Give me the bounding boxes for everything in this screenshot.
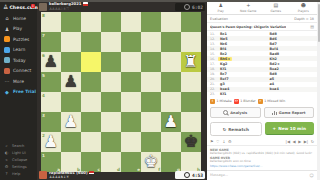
- badge-icon: ✕: [258, 99, 263, 104]
- sidebar-item-connect[interactable]: Connect: [0, 66, 37, 77]
- sidebar-item-label: Play: [13, 26, 22, 31]
- next-move-icon[interactable]: ▶: [298, 140, 301, 144]
- magnifier-icon: [223, 110, 228, 115]
- rematch-button[interactable]: ↻Rematch: [210, 122, 262, 136]
- square-h2[interactable]: ♚: [181, 132, 201, 152]
- rank-label-5: 5: [42, 73, 45, 78]
- move-black[interactable]: Rxa2: [268, 67, 318, 71]
- move-number: 13.: [207, 42, 218, 46]
- play-tab-icon: ♟: [219, 3, 223, 8]
- more-icon: ⋯: [4, 78, 10, 84]
- move-white[interactable]: Bf4: [218, 47, 268, 51]
- today-icon: [4, 57, 10, 63]
- gear-icon: ⚙: [4, 164, 9, 169]
- rank-label-1: 1: [42, 153, 45, 158]
- bottom-player-flag-icon: [89, 171, 94, 174]
- square-a3[interactable]: 3: [41, 112, 61, 132]
- square-a5[interactable]: 5: [41, 72, 61, 92]
- move-number: 21.: [207, 82, 218, 86]
- square-d8[interactable]: [101, 12, 121, 32]
- tab-new-game[interactable]: +New Game: [235, 2, 263, 14]
- nav-icons: |◀◀▶▶|↻: [286, 140, 314, 144]
- square-g7[interactable]: [161, 32, 181, 52]
- logo-pawn-icon: ♙: [3, 4, 8, 10]
- move-white[interactable]: Rc1: [218, 32, 268, 36]
- button-label: Rematch: [228, 127, 249, 132]
- square-e3[interactable]: [121, 112, 141, 132]
- chess-com-logo[interactable]: ♙ Chess.com 1: [0, 2, 37, 13]
- square-b5[interactable]: ♟: [61, 72, 81, 92]
- move-number: 12.: [207, 37, 218, 41]
- square-f5[interactable]: [141, 72, 161, 92]
- book-icon: ▤: [310, 24, 314, 29]
- chess-board[interactable]: 876♟♜5♟43♟♟2♟♚1abcdef♚gh: [41, 12, 201, 172]
- sidebar-bottom-label: Help: [12, 172, 20, 176]
- new-10-min-button[interactable]: +New 10 min: [265, 122, 315, 135]
- flag-icon[interactable]: ⚑: [210, 140, 214, 144]
- sidebar-bottom-search[interactable]: ⌕Search: [0, 142, 37, 149]
- opening-name[interactable]: Queen's Pawn Opening: Chigorin Variation: [210, 25, 286, 29]
- analysis-panel: ♟Play+New Game▤Games☻Players Evaluation …: [207, 2, 317, 180]
- sidebar-item-learn[interactable]: Learn: [0, 45, 37, 56]
- move-black[interactable]: Bd6: [268, 37, 318, 41]
- sidebar-item-puzzles[interactable]: Puzzles: [0, 34, 37, 45]
- move-white[interactable]: Rxf7: [218, 77, 268, 81]
- square-c7[interactable]: [81, 32, 101, 52]
- sidebar-bottom-help[interactable]: ?Help: [0, 170, 37, 177]
- panel-tabs: ♟Play+New Game▤Games☻Players: [207, 2, 317, 15]
- square-c5[interactable]: [81, 72, 101, 92]
- tab-label: Players: [298, 9, 309, 13]
- move-white[interactable]: Ne5: [218, 37, 268, 41]
- home-icon: ⌂: [4, 15, 10, 21]
- move-white[interactable]: Kf1: [218, 92, 268, 96]
- sidebar-item-label: Puzzles: [13, 37, 29, 42]
- move-row: 12.Ne5Bd6: [207, 36, 317, 41]
- move-white[interactable]: Rc7: [218, 72, 268, 76]
- move-white[interactable]: Rh6+: [218, 57, 232, 61]
- square-c1[interactable]: c: [81, 152, 101, 172]
- square-a2[interactable]: 2♟: [41, 132, 61, 152]
- help-icon: ?: [4, 171, 9, 176]
- sidebar: ♙ Chess.com 1 ⌂Home♟PlayPuzzlesLearnToda…: [0, 2, 37, 180]
- move-number: 15.: [207, 52, 218, 56]
- sidebar-bottom-label: Collapse: [12, 158, 27, 162]
- move-number: 17.: [207, 62, 218, 66]
- heart-icon[interactable]: ♡: [216, 140, 220, 144]
- sidebar-bottom-light-ui[interactable]: ◐Light UI: [0, 149, 37, 156]
- plus-icon: +: [273, 126, 277, 131]
- square-b8[interactable]: [61, 12, 81, 32]
- sidebar-item-more[interactable]: ⋯More: [0, 76, 37, 87]
- move-number: 18.: [207, 67, 218, 71]
- square-c3[interactable]: [81, 112, 101, 132]
- square-h8[interactable]: [181, 12, 201, 32]
- square-d7[interactable]: [101, 32, 121, 52]
- analysis-button[interactable]: Analysis: [210, 107, 261, 118]
- move-row: 19.Rc7Rd8: [207, 72, 317, 77]
- square-e2[interactable]: [121, 132, 141, 152]
- move-row: 11.Rc1Rd8: [207, 31, 317, 36]
- square-g4[interactable]: [161, 92, 181, 112]
- sidebar-item-home[interactable]: ⌂Home: [0, 13, 37, 24]
- game-report-button[interactable]: Game Report: [264, 107, 315, 118]
- square-d3[interactable]: [101, 112, 121, 132]
- square-a8[interactable]: 8: [41, 12, 61, 32]
- rematch-icon: ↻: [223, 127, 227, 132]
- sidebar-item-play[interactable]: ♟Play: [0, 24, 37, 35]
- top-player-name[interactable]: kellerberg2021: [49, 2, 82, 6]
- move-number: 19.: [207, 72, 218, 76]
- move-number: 20.: [207, 77, 218, 81]
- sidebar-item-free-trial[interactable]: ◆Free Trial: [0, 87, 37, 98]
- move-black[interactable]: a4: [268, 82, 318, 86]
- square-e8[interactable]: [121, 12, 141, 32]
- rank-label-2: 2: [42, 133, 45, 138]
- square-e6[interactable]: [121, 52, 141, 72]
- sidebar-bottom-label: Search: [12, 144, 24, 148]
- move-white[interactable]: Kg2: [218, 62, 268, 66]
- badge-1-mistake[interactable]: !1 Mistake: [210, 99, 232, 104]
- sidebar-bottom-collapse[interactable]: «Collapse: [0, 156, 37, 163]
- square-f4[interactable]: [141, 92, 161, 112]
- move-black[interactable]: Bxf4: [268, 47, 318, 51]
- light-ui-icon: ◐: [4, 150, 9, 155]
- evaluation-row: Evaluation Depth = 18: [207, 15, 317, 23]
- move-white[interactable]: Rc2: [218, 52, 268, 56]
- badge-label: 1 Missed Win: [264, 99, 285, 103]
- clock-icon: [184, 172, 190, 178]
- log-body: kellerberg2021 (602) vs. rapidfan601 (60…: [210, 152, 314, 155]
- action-buttons: AnalysisGame Report: [207, 105, 317, 120]
- move-number: 16.: [207, 57, 218, 61]
- notification-badge[interactable]: 1: [31, 4, 35, 8]
- move-row: 15.Rc2Rad8: [207, 51, 317, 56]
- tab-play[interactable]: ♟Play: [207, 2, 235, 14]
- badge-1-blunder[interactable]: ??1 Blunder: [234, 99, 256, 104]
- move-black[interactable]: a5: [268, 77, 318, 81]
- square-f3[interactable]: [141, 112, 161, 132]
- square-e7[interactable]: [121, 32, 141, 52]
- learn-icon: [4, 47, 10, 53]
- top-captured-pieces: ♙♙♙♙♘♗♖: [49, 7, 88, 11]
- top-player-clock: 6:02: [175, 3, 205, 11]
- smiley-icon[interactable]: ☺: [309, 173, 314, 178]
- square-d5[interactable]: [101, 72, 121, 92]
- new-game-tab-icon: +: [246, 3, 250, 8]
- square-f8[interactable]: [141, 12, 161, 32]
- trial-icon: ◆: [4, 89, 10, 95]
- square-f1[interactable]: f♚: [141, 152, 161, 172]
- square-e4[interactable]: [121, 92, 141, 112]
- evaluation-label[interactable]: Evaluation: [210, 17, 228, 21]
- report-bars-icon: [272, 111, 277, 115]
- search-icon: ⌕: [4, 143, 9, 148]
- tab-games[interactable]: ▤Games: [262, 2, 290, 14]
- button-label: Analysis: [230, 111, 247, 115]
- players-tab-icon: ☻: [301, 3, 306, 8]
- log-link[interactable]: https://www.chess.com/game/live/…: [210, 164, 314, 168]
- badge-icon: !: [210, 99, 215, 104]
- prev-move-icon[interactable]: ◀: [293, 140, 296, 144]
- move-white[interactable]: g3: [218, 82, 268, 86]
- square-h6[interactable]: ♜: [181, 52, 201, 72]
- white-rook-piece: ♜: [181, 52, 201, 72]
- square-g8[interactable]: [161, 12, 181, 32]
- move-white[interactable]: Kf1: [218, 67, 268, 71]
- move-white[interactable]: Nc6: [218, 42, 268, 46]
- square-c2[interactable]: [81, 132, 101, 152]
- rank-label-4: 4: [42, 93, 45, 98]
- last-move-icon[interactable]: ▶|: [304, 140, 308, 144]
- puzzle-icon: [4, 36, 10, 42]
- avatar[interactable]: [39, 171, 47, 179]
- big-buttons: ↻Rematch+New 10 min: [207, 120, 317, 138]
- move-black[interactable]: Kh2: [268, 57, 318, 61]
- bottom-player-name[interactable]: rapidfan601 (600): [49, 171, 88, 175]
- square-a6[interactable]: 6♟: [41, 52, 61, 72]
- tab-label: New Game: [240, 9, 256, 13]
- square-b2[interactable]: [61, 132, 81, 152]
- move-black[interactable]: Rd7: [268, 42, 318, 46]
- white-pawn-piece: ♟: [161, 112, 181, 132]
- square-d6[interactable]: [101, 52, 121, 72]
- move-number: 14.: [207, 47, 218, 51]
- sidebar-nav: ⌂Home♟PlayPuzzlesLearnTodayConnect⋯More◆…: [0, 13, 37, 97]
- bottom-player-clock: 4:53: [175, 171, 205, 179]
- square-d4[interactable]: [101, 92, 121, 112]
- square-a1[interactable]: 1a: [41, 152, 61, 172]
- rank-label-3: 3: [42, 113, 45, 118]
- depth-label[interactable]: Depth = 18: [294, 17, 314, 21]
- black-king-piece: ♚: [181, 132, 201, 152]
- square-h1[interactable]: h: [181, 152, 201, 172]
- sidebar-bottom-label: Settings: [12, 165, 27, 169]
- move-black[interactable]: Rad8: [268, 52, 318, 56]
- square-h3[interactable]: [181, 112, 201, 132]
- square-h4[interactable]: [181, 92, 201, 112]
- black-pawn-piece: ♟: [61, 72, 81, 92]
- scrollbar-thumb[interactable]: [318, 4, 320, 42]
- sidebar-item-label: Home: [13, 16, 26, 21]
- bottom-captured-pieces: ♟♟♟♟♞♝♜: [49, 175, 94, 179]
- download-icon[interactable]: ↓: [222, 140, 225, 144]
- sidebar-item-label: More: [13, 79, 24, 84]
- badge-label: 1 Blunder: [240, 99, 255, 103]
- square-b1[interactable]: b: [61, 152, 81, 172]
- move-number: 23.: [207, 92, 218, 96]
- message-input[interactable]: Message…: [210, 173, 228, 177]
- square-g6[interactable]: [161, 52, 181, 72]
- move-black[interactable]: bxa4: [268, 87, 318, 91]
- white-pawn-piece: ♟: [61, 112, 81, 132]
- top-player-bar: kellerberg2021 ♙♙♙♙♘♗♖ 6:02: [37, 2, 207, 12]
- sidebar-item-label: Today: [13, 58, 26, 63]
- square-b6[interactable]: [61, 52, 81, 72]
- opening-row: Queen's Pawn Opening: Chigorin Variation…: [207, 23, 317, 31]
- sidebar-item-today[interactable]: Today: [0, 55, 37, 66]
- connect-icon: [4, 68, 10, 74]
- games-tab-icon: ▤: [273, 3, 278, 8]
- move-row: 18.Kf1Rxa2: [207, 67, 317, 72]
- tab-players[interactable]: ☻Players: [290, 2, 318, 14]
- square-d1[interactable]: d: [101, 152, 121, 172]
- tab-label: Play: [218, 9, 224, 13]
- button-label: Game Report: [279, 111, 306, 115]
- pawn-icon: ♟: [4, 26, 10, 32]
- rank-label-7: 7: [42, 33, 45, 38]
- square-c6[interactable]: [81, 52, 101, 72]
- move-black[interactable]: Rd8: [268, 72, 318, 76]
- free-trial-label: Free Trial: [13, 89, 36, 94]
- square-c4[interactable]: [81, 92, 101, 112]
- square-f2[interactable]: [141, 132, 161, 152]
- move-classification-badges: !1 Mistake??1 Blunder✕1 Missed Win: [207, 97, 317, 105]
- sidebar-bottom-nav: ⌕Search◐Light UI«Collapse⚙Settings?Help: [0, 142, 37, 177]
- square-f7[interactable]: [141, 32, 161, 52]
- square-c8[interactable]: [81, 12, 101, 32]
- tab-label: Games: [271, 9, 282, 13]
- sidebar-bottom-label: Light UI: [12, 151, 26, 155]
- square-d2[interactable]: [101, 132, 121, 152]
- square-g2[interactable]: [161, 132, 181, 152]
- badge-1-missed-win[interactable]: ✕1 Missed Win: [258, 99, 285, 104]
- move-black[interactable]: Rd2+: [268, 62, 318, 66]
- square-a7[interactable]: 7: [41, 32, 61, 52]
- first-move-icon[interactable]: |◀: [286, 140, 290, 144]
- settings-icon[interactable]: ⚙: [228, 140, 232, 144]
- square-g3[interactable]: ♟: [161, 112, 181, 132]
- sidebar-item-label: Learn: [13, 47, 25, 52]
- rank-label-8: 8: [42, 13, 45, 18]
- sidebar-item-label: Connect: [13, 68, 31, 73]
- badge-label: 1 Mistake: [217, 99, 232, 103]
- move-black[interactable]: Rd8: [268, 32, 318, 36]
- square-g5[interactable]: [161, 72, 181, 92]
- square-g1[interactable]: g: [161, 152, 181, 172]
- move-row: 17.Kg2Rd2+: [207, 61, 317, 66]
- move-list: 11.Rc1Rd812.Ne5Bd613.Nc6Rd714.Bf4Bxf415.…: [207, 31, 317, 97]
- square-b7[interactable]: [61, 32, 81, 52]
- move-number: 22.: [207, 87, 218, 91]
- top-player-flag-icon: [83, 2, 88, 5]
- move-white[interactable]: bxa4: [218, 87, 268, 91]
- square-h5[interactable]: [181, 72, 201, 92]
- rank-label-6: 6: [42, 53, 45, 58]
- square-h7[interactable]: [181, 32, 201, 52]
- avatar[interactable]: [39, 3, 47, 11]
- square-b3[interactable]: ♟: [61, 112, 81, 132]
- move-number: 11.: [207, 32, 218, 36]
- clock-icon: [184, 4, 190, 10]
- share-icons: ⚑♡↓⚙: [210, 140, 232, 144]
- square-e5[interactable]: [121, 72, 141, 92]
- square-a4[interactable]: 4: [41, 92, 61, 112]
- sidebar-bottom-settings[interactable]: ⚙Settings: [0, 163, 37, 170]
- button-label: New 10 min: [278, 126, 306, 131]
- move-row: 13.Nc6Rd7: [207, 41, 317, 46]
- flip-board-icon[interactable]: ↻: [311, 140, 314, 144]
- message-bar: Message… ☺: [207, 170, 317, 179]
- square-b4[interactable]: [61, 92, 81, 112]
- badge-icon: ??: [234, 99, 239, 104]
- square-f6[interactable]: [141, 52, 161, 72]
- bottom-player-bar: rapidfan601 (600) ♟♟♟♟♞♝♜ 4:53: [37, 170, 207, 180]
- collapse-icon: «: [4, 157, 9, 162]
- move-row: 14.Bf4Bxf4: [207, 46, 317, 51]
- square-e1[interactable]: e: [121, 152, 141, 172]
